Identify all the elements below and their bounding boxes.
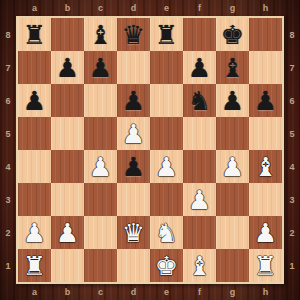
square-f4[interactable] xyxy=(183,150,216,183)
file-label-g: g xyxy=(216,285,249,299)
rank-label-3: 3 xyxy=(285,183,299,216)
square-d4[interactable]: ♟ xyxy=(117,150,150,183)
rank-label-7: 7 xyxy=(285,51,299,84)
square-g6[interactable]: ♟ xyxy=(216,84,249,117)
piece-white-pawn[interactable]: ♟ xyxy=(117,117,150,150)
piece-black-king[interactable]: ♚ xyxy=(216,18,249,51)
square-e8[interactable]: ♜ xyxy=(150,18,183,51)
file-label-c: c xyxy=(84,1,117,15)
square-d2[interactable]: ♛ xyxy=(117,216,150,249)
piece-white-pawn[interactable]: ♟ xyxy=(150,150,183,183)
rank-labels-left: 87654321 xyxy=(1,18,15,282)
rank-label-8: 8 xyxy=(1,18,15,51)
rank-label-6: 6 xyxy=(285,84,299,117)
file-label-b: b xyxy=(51,1,84,15)
square-b3[interactable] xyxy=(51,183,84,216)
piece-white-pawn[interactable]: ♟ xyxy=(18,216,51,249)
piece-black-pawn[interactable]: ♟ xyxy=(216,84,249,117)
piece-white-knight[interactable]: ♞ xyxy=(150,216,183,249)
square-f5[interactable] xyxy=(183,117,216,150)
square-f7[interactable]: ♟ xyxy=(183,51,216,84)
piece-white-pawn[interactable]: ♟ xyxy=(249,216,282,249)
square-h6[interactable]: ♟ xyxy=(249,84,282,117)
piece-black-pawn[interactable]: ♟ xyxy=(183,51,216,84)
square-e3[interactable] xyxy=(150,183,183,216)
square-a5[interactable] xyxy=(18,117,51,150)
rank-label-4: 4 xyxy=(1,150,15,183)
square-a7[interactable] xyxy=(18,51,51,84)
piece-white-king[interactable]: ♚ xyxy=(150,249,183,282)
rank-label-1: 1 xyxy=(285,249,299,282)
rank-label-4: 4 xyxy=(285,150,299,183)
square-g5[interactable] xyxy=(216,117,249,150)
piece-black-pawn[interactable]: ♟ xyxy=(18,84,51,117)
rank-label-2: 2 xyxy=(1,216,15,249)
piece-white-bishop[interactable]: ♝ xyxy=(183,249,216,282)
file-label-a: a xyxy=(18,285,51,299)
square-b8[interactable] xyxy=(51,18,84,51)
rank-label-3: 3 xyxy=(1,183,15,216)
square-f8[interactable] xyxy=(183,18,216,51)
piece-black-pawn[interactable]: ♟ xyxy=(117,150,150,183)
piece-black-rook[interactable]: ♜ xyxy=(150,18,183,51)
piece-white-bishop[interactable]: ♝ xyxy=(249,150,282,183)
piece-black-queen[interactable]: ♛ xyxy=(117,18,150,51)
square-a2[interactable]: ♟ xyxy=(18,216,51,249)
piece-white-pawn[interactable]: ♟ xyxy=(216,150,249,183)
square-d1[interactable] xyxy=(117,249,150,282)
square-d5[interactable]: ♟ xyxy=(117,117,150,150)
square-g7[interactable]: ♝ xyxy=(216,51,249,84)
square-g3[interactable] xyxy=(216,183,249,216)
file-label-a: a xyxy=(18,1,51,15)
rank-label-5: 5 xyxy=(285,117,299,150)
square-c1[interactable] xyxy=(84,249,117,282)
rank-label-6: 6 xyxy=(1,84,15,117)
piece-black-pawn[interactable]: ♟ xyxy=(84,51,117,84)
piece-black-pawn[interactable]: ♟ xyxy=(249,84,282,117)
piece-white-rook[interactable]: ♜ xyxy=(249,249,282,282)
rank-label-5: 5 xyxy=(1,117,15,150)
piece-black-bishop[interactable]: ♝ xyxy=(84,18,117,51)
file-label-c: c xyxy=(84,285,117,299)
square-a3[interactable] xyxy=(18,183,51,216)
rank-label-2: 2 xyxy=(285,216,299,249)
file-label-d: d xyxy=(117,285,150,299)
piece-white-pawn[interactable]: ♟ xyxy=(51,216,84,249)
file-label-e: e xyxy=(150,285,183,299)
square-b5[interactable] xyxy=(51,117,84,150)
square-f1[interactable]: ♝ xyxy=(183,249,216,282)
square-c8[interactable]: ♝ xyxy=(84,18,117,51)
square-h3[interactable] xyxy=(249,183,282,216)
square-b7[interactable]: ♟ xyxy=(51,51,84,84)
square-a8[interactable]: ♜ xyxy=(18,18,51,51)
piece-white-rook[interactable]: ♜ xyxy=(18,249,51,282)
rank-labels-right: 87654321 xyxy=(285,18,299,282)
square-c2[interactable] xyxy=(84,216,117,249)
square-f2[interactable] xyxy=(183,216,216,249)
piece-black-pawn[interactable]: ♟ xyxy=(51,51,84,84)
square-h5[interactable] xyxy=(249,117,282,150)
square-e5[interactable] xyxy=(150,117,183,150)
square-f3[interactable]: ♟ xyxy=(183,183,216,216)
square-h1[interactable]: ♜ xyxy=(249,249,282,282)
chess-board: ♜♝♛♜♚♟♟♟♝♟♟♞♟♟♟♟♟♟♟♝♟♟♟♛♞♟♜♚♝♜ xyxy=(16,16,284,284)
square-a6[interactable]: ♟ xyxy=(18,84,51,117)
square-d7[interactable] xyxy=(117,51,150,84)
square-d8[interactable]: ♛ xyxy=(117,18,150,51)
square-g1[interactable] xyxy=(216,249,249,282)
rank-label-1: 1 xyxy=(1,249,15,282)
square-b1[interactable] xyxy=(51,249,84,282)
rank-label-7: 7 xyxy=(1,51,15,84)
file-labels-bottom: abcdefgh xyxy=(18,285,282,299)
square-c6[interactable] xyxy=(84,84,117,117)
square-e4[interactable]: ♟ xyxy=(150,150,183,183)
file-label-f: f xyxy=(183,285,216,299)
piece-white-pawn[interactable]: ♟ xyxy=(183,183,216,216)
file-label-e: e xyxy=(150,1,183,15)
square-a4[interactable] xyxy=(18,150,51,183)
square-c3[interactable] xyxy=(84,183,117,216)
square-a1[interactable]: ♜ xyxy=(18,249,51,282)
piece-black-pawn[interactable]: ♟ xyxy=(117,84,150,117)
file-label-d: d xyxy=(117,1,150,15)
file-labels-top: abcdefgh xyxy=(18,1,282,15)
square-d3[interactable] xyxy=(117,183,150,216)
square-f6[interactable]: ♞ xyxy=(183,84,216,117)
square-h4[interactable]: ♝ xyxy=(249,150,282,183)
piece-white-queen[interactable]: ♛ xyxy=(117,216,150,249)
square-e1[interactable]: ♚ xyxy=(150,249,183,282)
square-g4[interactable]: ♟ xyxy=(216,150,249,183)
square-c7[interactable]: ♟ xyxy=(84,51,117,84)
file-label-g: g xyxy=(216,1,249,15)
piece-white-pawn[interactable]: ♟ xyxy=(84,150,117,183)
board-frame: abcdefgh abcdefgh 87654321 87654321 ♜♝♛♜… xyxy=(0,0,300,300)
file-label-f: f xyxy=(183,1,216,15)
square-h2[interactable]: ♟ xyxy=(249,216,282,249)
square-b2[interactable]: ♟ xyxy=(51,216,84,249)
piece-black-bishop[interactable]: ♝ xyxy=(216,51,249,84)
square-h8[interactable] xyxy=(249,18,282,51)
square-g2[interactable] xyxy=(216,216,249,249)
square-e6[interactable] xyxy=(150,84,183,117)
square-b6[interactable] xyxy=(51,84,84,117)
square-h7[interactable] xyxy=(249,51,282,84)
square-d6[interactable]: ♟ xyxy=(117,84,150,117)
square-e7[interactable] xyxy=(150,51,183,84)
file-label-b: b xyxy=(51,285,84,299)
square-e2[interactable]: ♞ xyxy=(150,216,183,249)
piece-black-rook[interactable]: ♜ xyxy=(18,18,51,51)
rank-label-8: 8 xyxy=(285,18,299,51)
square-c5[interactable] xyxy=(84,117,117,150)
piece-black-knight[interactable]: ♞ xyxy=(183,84,216,117)
file-label-h: h xyxy=(249,1,282,15)
square-g8[interactable]: ♚ xyxy=(216,18,249,51)
square-c4[interactable]: ♟ xyxy=(84,150,117,183)
file-label-h: h xyxy=(249,285,282,299)
square-b4[interactable] xyxy=(51,150,84,183)
